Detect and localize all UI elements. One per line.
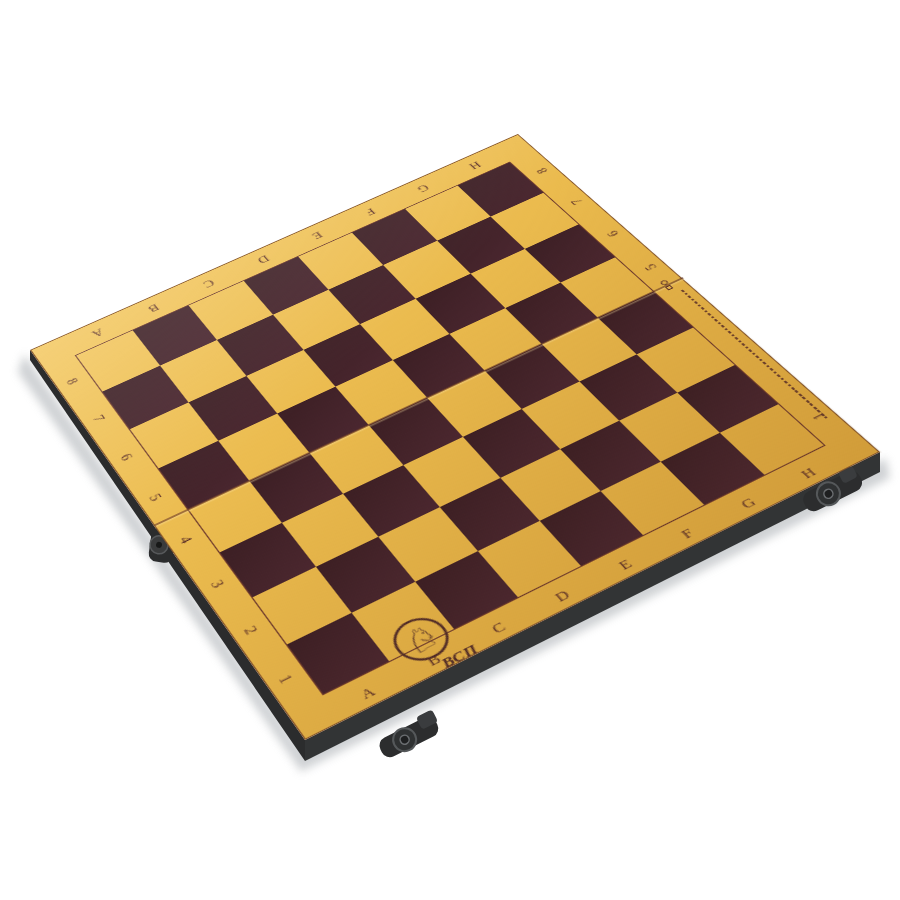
file-label-top-c: C [201, 278, 216, 290]
rank-label-left-6: 6 [118, 451, 135, 462]
file-label-bottom-d: D [551, 587, 572, 604]
file-label-top-a: A [90, 327, 106, 339]
file-label-top-f: F [363, 207, 377, 217]
file-label-bottom-e: E [615, 556, 634, 571]
rank-label-left-4: 4 [177, 533, 195, 545]
rank-label-left-2: 2 [241, 623, 260, 636]
rank-label-right-7: 7 [568, 197, 585, 206]
file-label-top-h: H [467, 160, 483, 171]
file-label-top-e: E [310, 230, 325, 241]
rank-label-right-5: 5 [641, 262, 658, 272]
rank-label-left-1: 1 [276, 672, 296, 686]
file-label-bottom-f: F [677, 526, 696, 541]
rank-label-left-3: 3 [208, 577, 227, 590]
file-label-bottom-a: A [357, 683, 377, 701]
product-photo-scene: AABBCCDDEEFFGGHH8765432187651 ♘ ВСП [0, 0, 900, 900]
rank-label-left-7: 7 [90, 413, 107, 424]
file-label-top-g: G [415, 183, 431, 194]
rank-label-left-8: 8 [64, 376, 81, 386]
file-label-top-d: D [255, 254, 271, 266]
file-label-bottom-h: H [797, 465, 818, 480]
file-label-top-b: B [146, 303, 161, 315]
rank-label-right-8: 8 [533, 166, 549, 175]
rank-label-left-5: 5 [147, 491, 165, 503]
file-label-bottom-c: C [488, 619, 508, 636]
file-label-bottom-g: G [737, 495, 758, 511]
rank-label-right-6: 6 [604, 229, 621, 239]
